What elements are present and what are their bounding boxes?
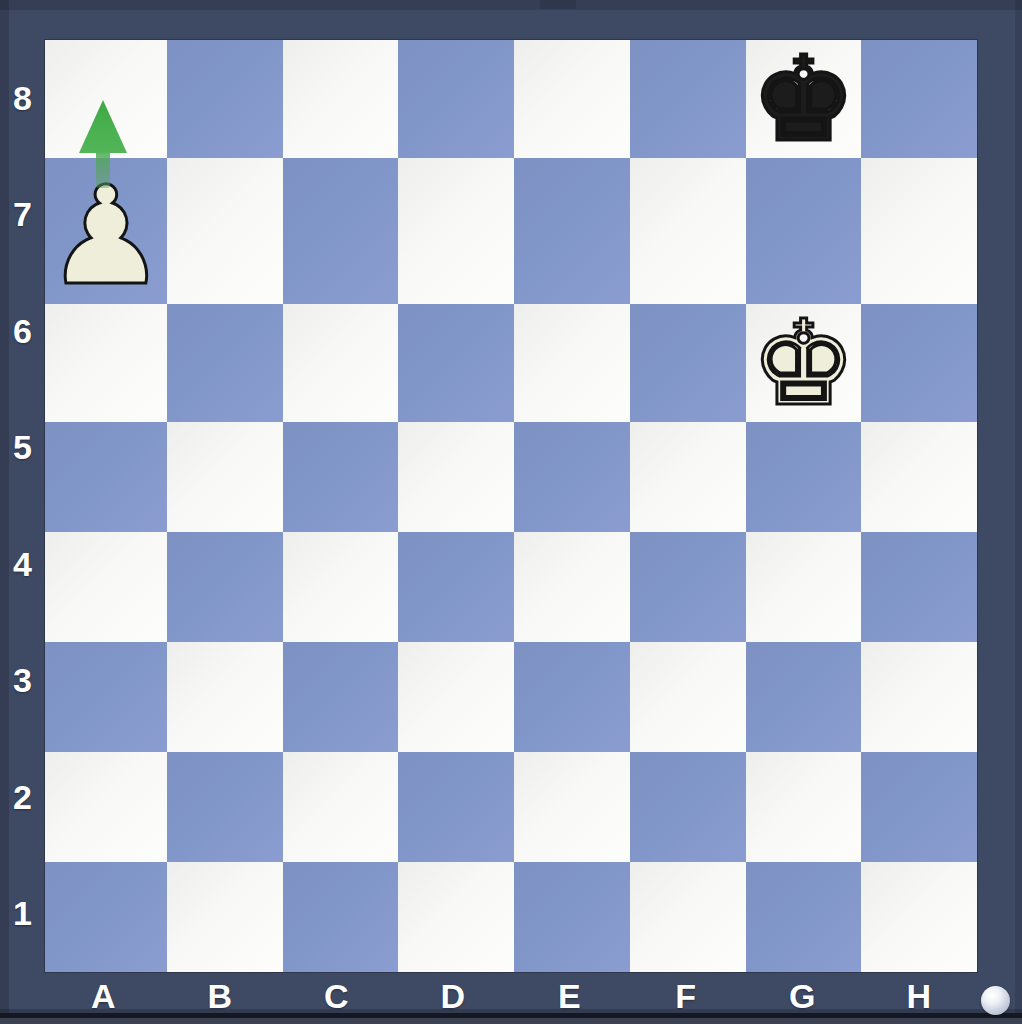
square-e6[interactable] bbox=[514, 304, 630, 422]
square-f3[interactable] bbox=[630, 642, 746, 752]
piece-black-king-g8[interactable]: ♚ bbox=[751, 40, 857, 158]
file-label-E: E bbox=[511, 973, 628, 1016]
square-a8[interactable] bbox=[45, 40, 167, 158]
rank-label-5: 5 bbox=[0, 390, 45, 507]
frame-bevel-right bbox=[1015, 0, 1022, 1024]
square-b7[interactable] bbox=[167, 158, 283, 304]
square-g3[interactable] bbox=[746, 642, 862, 752]
square-a1[interactable] bbox=[45, 862, 167, 972]
square-c7[interactable] bbox=[283, 158, 399, 304]
board: ♚♟♚ bbox=[45, 40, 977, 972]
rank-label-1: 1 bbox=[0, 856, 45, 973]
square-g5[interactable] bbox=[746, 422, 862, 532]
square-h2[interactable] bbox=[861, 752, 977, 862]
square-h5[interactable] bbox=[861, 422, 977, 532]
rank-label-3: 3 bbox=[0, 623, 45, 740]
square-b3[interactable] bbox=[167, 642, 283, 752]
square-f5[interactable] bbox=[630, 422, 746, 532]
chess-app-window: ♚♟♚ 87654321 ABCDEFGH bbox=[0, 0, 1022, 1024]
square-b1[interactable] bbox=[167, 862, 283, 972]
square-a5[interactable] bbox=[45, 422, 167, 532]
file-label-D: D bbox=[395, 973, 512, 1016]
square-c4[interactable] bbox=[283, 532, 399, 642]
square-f1[interactable] bbox=[630, 862, 746, 972]
rank-label-2: 2 bbox=[0, 739, 45, 856]
square-e1[interactable] bbox=[514, 862, 630, 972]
square-h8[interactable] bbox=[861, 40, 977, 158]
square-d2[interactable] bbox=[398, 752, 514, 862]
square-c1[interactable] bbox=[283, 862, 399, 972]
file-label-C: C bbox=[278, 973, 395, 1016]
rank-label-7: 7 bbox=[0, 157, 45, 274]
rank-label-8: 8 bbox=[0, 40, 45, 157]
rank-label-4: 4 bbox=[0, 506, 45, 623]
square-d4[interactable] bbox=[398, 532, 514, 642]
square-b8[interactable] bbox=[167, 40, 283, 158]
top-notch bbox=[540, 0, 576, 9]
piece-white-king-g6[interactable]: ♚ bbox=[751, 304, 857, 422]
file-label-F: F bbox=[628, 973, 745, 1016]
square-c8[interactable] bbox=[283, 40, 399, 158]
square-e4[interactable] bbox=[514, 532, 630, 642]
square-d3[interactable] bbox=[398, 642, 514, 752]
square-g1[interactable] bbox=[746, 862, 862, 972]
square-d7[interactable] bbox=[398, 158, 514, 304]
square-d6[interactable] bbox=[398, 304, 514, 422]
square-h3[interactable] bbox=[861, 642, 977, 752]
square-g4[interactable] bbox=[746, 532, 862, 642]
square-g2[interactable] bbox=[746, 752, 862, 862]
square-e7[interactable] bbox=[514, 158, 630, 304]
square-g8[interactable]: ♚ bbox=[746, 40, 862, 158]
square-h7[interactable] bbox=[861, 158, 977, 304]
square-b2[interactable] bbox=[167, 752, 283, 862]
square-e5[interactable] bbox=[514, 422, 630, 532]
square-c6[interactable] bbox=[283, 304, 399, 422]
square-d1[interactable] bbox=[398, 862, 514, 972]
square-f8[interactable] bbox=[630, 40, 746, 158]
piece-white-pawn-a7[interactable]: ♟ bbox=[45, 168, 167, 304]
square-a6[interactable] bbox=[45, 304, 167, 422]
turn-indicator-white-to-move bbox=[981, 986, 1010, 1015]
file-label-A: A bbox=[45, 973, 162, 1016]
rank-label-6: 6 bbox=[0, 273, 45, 390]
square-c5[interactable] bbox=[283, 422, 399, 532]
square-b6[interactable] bbox=[167, 304, 283, 422]
square-e8[interactable] bbox=[514, 40, 630, 158]
frame-bevel-top bbox=[0, 0, 1022, 10]
square-c3[interactable] bbox=[283, 642, 399, 752]
square-e3[interactable] bbox=[514, 642, 630, 752]
square-h6[interactable] bbox=[861, 304, 977, 422]
square-g7[interactable] bbox=[746, 158, 862, 304]
square-a7[interactable]: ♟ bbox=[45, 158, 167, 304]
square-e2[interactable] bbox=[514, 752, 630, 862]
square-a4[interactable] bbox=[45, 532, 167, 642]
file-label-G: G bbox=[744, 973, 861, 1016]
file-labels: ABCDEFGH bbox=[45, 973, 977, 1019]
file-label-H: H bbox=[861, 973, 978, 1016]
square-d8[interactable] bbox=[398, 40, 514, 158]
square-d5[interactable] bbox=[398, 422, 514, 532]
square-f6[interactable] bbox=[630, 304, 746, 422]
square-f7[interactable] bbox=[630, 158, 746, 304]
square-g6[interactable]: ♚ bbox=[746, 304, 862, 422]
square-b4[interactable] bbox=[167, 532, 283, 642]
square-a3[interactable] bbox=[45, 642, 167, 752]
square-f4[interactable] bbox=[630, 532, 746, 642]
square-b5[interactable] bbox=[167, 422, 283, 532]
square-c2[interactable] bbox=[283, 752, 399, 862]
square-h4[interactable] bbox=[861, 532, 977, 642]
square-f2[interactable] bbox=[630, 752, 746, 862]
square-a2[interactable] bbox=[45, 752, 167, 862]
rank-labels: 87654321 bbox=[0, 40, 45, 972]
square-h1[interactable] bbox=[861, 862, 977, 972]
file-label-B: B bbox=[162, 973, 279, 1016]
